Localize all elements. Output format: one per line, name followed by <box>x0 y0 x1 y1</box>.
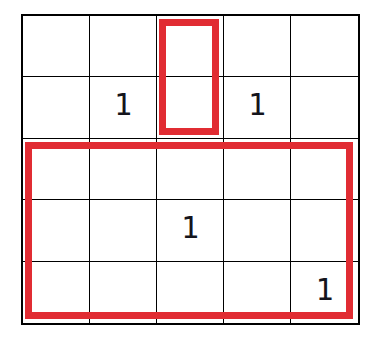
cell-r1c4[interactable] <box>224 16 291 77</box>
cell-r5c1[interactable] <box>23 262 90 323</box>
cell-r3c3[interactable] <box>157 139 224 200</box>
cell-r4c4[interactable] <box>224 200 291 261</box>
board: 1111 <box>21 14 360 325</box>
puzzle-stage: 1111 <box>0 0 380 343</box>
cell-r5c2[interactable] <box>90 262 157 323</box>
cell-r4c1[interactable] <box>23 200 90 261</box>
clue-value: 1 <box>181 210 199 245</box>
cell-r1c5[interactable] <box>291 16 358 77</box>
cell-r5c4[interactable] <box>224 262 291 323</box>
cell-r1c2[interactable] <box>90 16 157 77</box>
cell-r2c5[interactable] <box>291 77 358 138</box>
cell-r5c5[interactable]: 1 <box>291 262 358 323</box>
cell-r2c1[interactable] <box>23 77 90 138</box>
clue-value: 1 <box>114 87 132 122</box>
cell-r2c3[interactable] <box>157 77 224 138</box>
cell-r3c4[interactable] <box>224 139 291 200</box>
cell-r3c2[interactable] <box>90 139 157 200</box>
cell-r3c1[interactable] <box>23 139 90 200</box>
cell-r2c4[interactable]: 1 <box>224 77 291 138</box>
cell-r3c5[interactable] <box>291 139 358 200</box>
cell-r1c1[interactable] <box>23 16 90 77</box>
cell-r4c2[interactable] <box>90 200 157 261</box>
cell-r2c2[interactable]: 1 <box>90 77 157 138</box>
clue-value: 1 <box>248 87 266 122</box>
cell-r1c3[interactable] <box>157 16 224 77</box>
cell-r4c3[interactable]: 1 <box>157 200 224 261</box>
cell-r4c5[interactable] <box>291 200 358 261</box>
cell-r5c3[interactable] <box>157 262 224 323</box>
clue-value: 1 <box>315 272 333 307</box>
